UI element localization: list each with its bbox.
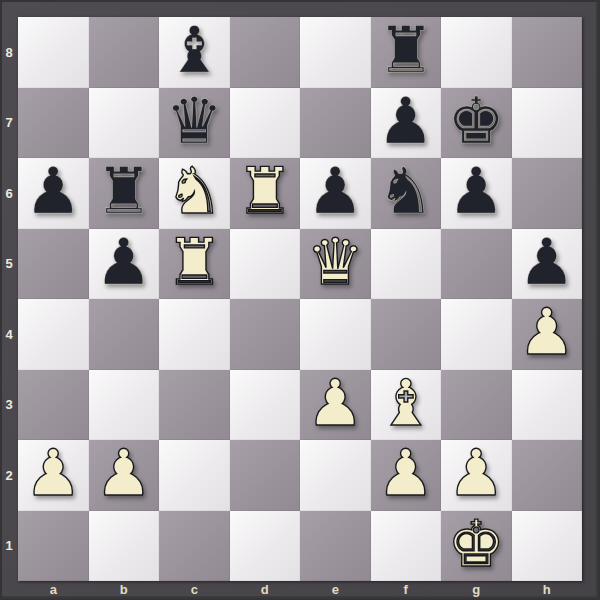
file-label-f: f: [371, 581, 442, 598]
square-b1[interactable]: [89, 511, 160, 582]
square-b8[interactable]: [89, 17, 160, 88]
square-f7[interactable]: ♟: [371, 88, 442, 159]
black-pawn: ♟: [377, 89, 434, 153]
square-c1[interactable]: [159, 511, 230, 582]
file-label-g: g: [441, 581, 512, 598]
square-b4[interactable]: [89, 299, 160, 370]
square-c6[interactable]: ♞: [159, 158, 230, 229]
square-f1[interactable]: [371, 511, 442, 582]
white-rook: ♜: [166, 230, 223, 294]
white-knight: ♞: [166, 159, 223, 223]
square-g1[interactable]: ♚: [441, 511, 512, 582]
black-knight: ♞: [377, 159, 434, 223]
square-c8[interactable]: ♝: [159, 17, 230, 88]
square-d5[interactable]: [230, 229, 301, 300]
square-f8[interactable]: ♜: [371, 17, 442, 88]
square-d1[interactable]: [230, 511, 301, 582]
square-g5[interactable]: [441, 229, 512, 300]
file-label-b: b: [89, 581, 160, 598]
square-g3[interactable]: [441, 370, 512, 441]
white-pawn: ♟: [95, 441, 152, 505]
black-queen: ♛: [166, 89, 223, 153]
square-b6[interactable]: ♜: [89, 158, 160, 229]
square-e7[interactable]: [300, 88, 371, 159]
white-rook: ♜: [236, 159, 293, 223]
file-labels: abcdefgh: [18, 581, 582, 598]
chessboard-frame: 87654321 abcdefgh ♝♜♛♟♚♟♜♞♜♟♞♟♟♜♛♟♟♟♝♟♟♟…: [0, 0, 600, 600]
square-b2[interactable]: ♟: [89, 440, 160, 511]
square-e3[interactable]: ♟: [300, 370, 371, 441]
square-f2[interactable]: ♟: [371, 440, 442, 511]
white-queen: ♛: [307, 230, 364, 294]
black-pawn: ♟: [307, 159, 364, 223]
square-d4[interactable]: [230, 299, 301, 370]
rank-label-8: 8: [0, 17, 18, 88]
square-f4[interactable]: [371, 299, 442, 370]
square-b5[interactable]: ♟: [89, 229, 160, 300]
black-pawn: ♟: [518, 230, 575, 294]
square-f3[interactable]: ♝: [371, 370, 442, 441]
square-h2[interactable]: [512, 440, 583, 511]
white-pawn: ♟: [307, 371, 364, 435]
square-f6[interactable]: ♞: [371, 158, 442, 229]
square-h1[interactable]: [512, 511, 583, 582]
chessboard: ♝♜♛♟♚♟♜♞♜♟♞♟♟♜♛♟♟♟♝♟♟♟♟♚: [18, 17, 582, 581]
square-g2[interactable]: ♟: [441, 440, 512, 511]
square-c3[interactable]: [159, 370, 230, 441]
square-e4[interactable]: [300, 299, 371, 370]
white-pawn: ♟: [25, 441, 82, 505]
white-pawn: ♟: [518, 300, 575, 364]
square-d8[interactable]: [230, 17, 301, 88]
square-c4[interactable]: [159, 299, 230, 370]
black-pawn: ♟: [448, 159, 505, 223]
black-pawn: ♟: [25, 159, 82, 223]
square-a2[interactable]: ♟: [18, 440, 89, 511]
square-h5[interactable]: ♟: [512, 229, 583, 300]
square-d6[interactable]: ♜: [230, 158, 301, 229]
file-label-h: h: [512, 581, 583, 598]
square-a3[interactable]: [18, 370, 89, 441]
square-e2[interactable]: [300, 440, 371, 511]
square-g8[interactable]: [441, 17, 512, 88]
square-b7[interactable]: [89, 88, 160, 159]
rank-label-1: 1: [0, 511, 18, 582]
white-pawn: ♟: [448, 441, 505, 505]
square-a1[interactable]: [18, 511, 89, 582]
square-h3[interactable]: [512, 370, 583, 441]
square-d2[interactable]: [230, 440, 301, 511]
square-e6[interactable]: ♟: [300, 158, 371, 229]
square-h8[interactable]: [512, 17, 583, 88]
square-h6[interactable]: [512, 158, 583, 229]
square-d3[interactable]: [230, 370, 301, 441]
square-a4[interactable]: [18, 299, 89, 370]
black-rook: ♜: [377, 18, 434, 82]
square-g4[interactable]: [441, 299, 512, 370]
square-e5[interactable]: ♛: [300, 229, 371, 300]
square-a8[interactable]: [18, 17, 89, 88]
square-e8[interactable]: [300, 17, 371, 88]
rank-label-7: 7: [0, 88, 18, 159]
square-c5[interactable]: ♜: [159, 229, 230, 300]
square-c2[interactable]: [159, 440, 230, 511]
square-g6[interactable]: ♟: [441, 158, 512, 229]
rank-label-4: 4: [0, 299, 18, 370]
white-king: ♚: [448, 512, 505, 576]
square-c7[interactable]: ♛: [159, 88, 230, 159]
rank-label-6: 6: [0, 158, 18, 229]
square-g7[interactable]: ♚: [441, 88, 512, 159]
square-h4[interactable]: ♟: [512, 299, 583, 370]
white-bishop: ♝: [377, 371, 434, 435]
black-pawn: ♟: [95, 230, 152, 294]
square-b3[interactable]: [89, 370, 160, 441]
file-label-c: c: [159, 581, 230, 598]
square-e1[interactable]: [300, 511, 371, 582]
square-h7[interactable]: [512, 88, 583, 159]
rank-label-3: 3: [0, 370, 18, 441]
black-king: ♚: [448, 89, 505, 153]
square-a5[interactable]: [18, 229, 89, 300]
rank-label-2: 2: [0, 440, 18, 511]
square-d7[interactable]: [230, 88, 301, 159]
white-pawn: ♟: [377, 441, 434, 505]
file-label-e: e: [300, 581, 371, 598]
rank-labels: 87654321: [0, 17, 18, 581]
square-a6[interactable]: ♟: [18, 158, 89, 229]
black-bishop: ♝: [166, 18, 223, 82]
rank-label-5: 5: [0, 229, 18, 300]
file-label-a: a: [18, 581, 89, 598]
square-f5[interactable]: [371, 229, 442, 300]
file-label-d: d: [230, 581, 301, 598]
black-rook: ♜: [95, 159, 152, 223]
square-a7[interactable]: [18, 88, 89, 159]
